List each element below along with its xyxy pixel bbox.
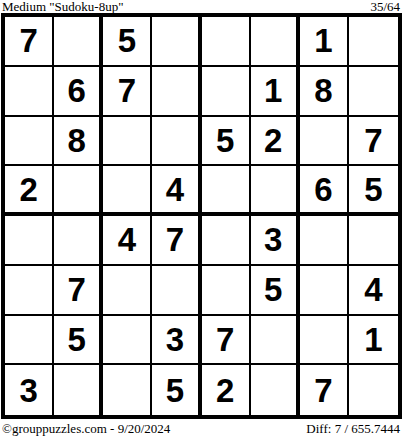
given-digit: 7 (314, 374, 332, 407)
cell-r4c4[interactable]: 4 (152, 166, 201, 216)
given-digit: 5 (118, 24, 136, 57)
cell-r6c5[interactable] (202, 266, 251, 316)
cell-r5c5[interactable] (202, 216, 251, 266)
cell-r3c6[interactable]: 2 (251, 117, 300, 167)
given-digit: 4 (118, 223, 136, 256)
cell-r1c1[interactable]: 7 (5, 17, 54, 67)
cell-r7c1[interactable] (5, 316, 54, 366)
given-digit: 7 (166, 223, 184, 256)
given-digit: 7 (68, 273, 86, 306)
given-digit: 5 (216, 124, 234, 157)
given-digit: 7 (19, 24, 37, 57)
given-digit: 1 (364, 323, 382, 356)
cell-r7c6[interactable] (251, 316, 300, 366)
cell-r7c4[interactable]: 3 (152, 316, 201, 366)
cell-r2c5[interactable] (202, 67, 251, 117)
cell-r6c8[interactable]: 4 (349, 266, 398, 316)
cell-r8c8[interactable] (349, 365, 398, 415)
copyright-text: ©grouppuzzles.com - 9/20/2024 (2, 421, 170, 436)
given-digit: 1 (314, 24, 332, 57)
cell-r5c7[interactable] (300, 216, 349, 266)
cell-r3c4[interactable] (152, 117, 201, 167)
cell-r4c8[interactable]: 5 (349, 166, 398, 216)
cell-r1c3[interactable]: 5 (103, 17, 152, 67)
given-digit: 2 (264, 124, 282, 157)
given-digit: 5 (166, 374, 184, 407)
given-digit: 3 (19, 374, 37, 407)
cell-r6c6[interactable]: 5 (251, 266, 300, 316)
difficulty-text: Diff: 7 / 655.7444 (306, 421, 400, 436)
cell-r1c2[interactable] (54, 17, 103, 67)
cell-r6c1[interactable] (5, 266, 54, 316)
cell-r2c4[interactable] (152, 67, 201, 117)
given-digit: 7 (118, 74, 136, 107)
cell-r2c1[interactable] (5, 67, 54, 117)
cell-r4c7[interactable]: 6 (300, 166, 349, 216)
cell-r8c1[interactable]: 3 (5, 365, 54, 415)
cell-r7c5[interactable]: 7 (202, 316, 251, 366)
cell-r2c3[interactable]: 7 (103, 67, 152, 117)
cell-r5c4[interactable]: 7 (152, 216, 201, 266)
cell-r1c7[interactable]: 1 (300, 17, 349, 67)
cell-r1c4[interactable] (152, 17, 201, 67)
given-digit: 8 (68, 124, 86, 157)
cell-r5c1[interactable] (5, 216, 54, 266)
given-digit: 6 (314, 173, 332, 206)
given-digit: 2 (216, 374, 234, 407)
cell-r5c3[interactable]: 4 (103, 216, 152, 266)
given-digit: 6 (68, 74, 86, 107)
given-digit: 3 (264, 223, 282, 256)
cell-r2c7[interactable]: 8 (300, 67, 349, 117)
cell-r6c2[interactable]: 7 (54, 266, 103, 316)
given-digit: 8 (314, 74, 332, 107)
cell-r6c7[interactable] (300, 266, 349, 316)
given-digit: 7 (216, 323, 234, 356)
cell-r3c8[interactable]: 7 (349, 117, 398, 167)
cell-r8c2[interactable] (54, 365, 103, 415)
header: Medium "Sudoku-8up" 35/64 (2, 0, 400, 13)
cell-r7c3[interactable] (103, 316, 152, 366)
cell-r4c5[interactable] (202, 166, 251, 216)
given-digit: 5 (264, 273, 282, 306)
cell-r8c6[interactable] (251, 365, 300, 415)
cell-r2c8[interactable] (349, 67, 398, 117)
cell-r4c2[interactable] (54, 166, 103, 216)
cell-r6c4[interactable] (152, 266, 201, 316)
given-digit: 1 (264, 74, 282, 107)
cell-r8c4[interactable]: 5 (152, 365, 201, 415)
cell-r1c5[interactable] (202, 17, 251, 67)
cell-r8c7[interactable]: 7 (300, 365, 349, 415)
given-digit: 3 (166, 323, 184, 356)
given-digit: 2 (19, 173, 37, 206)
cell-r7c2[interactable]: 5 (54, 316, 103, 366)
cell-r6c3[interactable] (103, 266, 152, 316)
puzzle-counter: 35/64 (370, 0, 400, 13)
cell-r4c3[interactable] (103, 166, 152, 216)
cell-r5c8[interactable] (349, 216, 398, 266)
cell-r1c8[interactable] (349, 17, 398, 67)
cell-r3c1[interactable] (5, 117, 54, 167)
cell-r3c2[interactable]: 8 (54, 117, 103, 167)
cell-r5c6[interactable]: 3 (251, 216, 300, 266)
cell-r2c2[interactable]: 6 (54, 67, 103, 117)
cell-r4c6[interactable] (251, 166, 300, 216)
cell-r4c1[interactable]: 2 (5, 166, 54, 216)
given-digit: 5 (68, 323, 86, 356)
cell-r3c3[interactable] (103, 117, 152, 167)
cell-r5c2[interactable] (54, 216, 103, 266)
given-digit: 7 (364, 124, 382, 157)
given-digit: 5 (364, 173, 382, 206)
given-digit: 4 (364, 273, 382, 306)
cell-r2c6[interactable]: 1 (251, 67, 300, 117)
cell-r8c5[interactable]: 2 (202, 365, 251, 415)
cell-r3c7[interactable] (300, 117, 349, 167)
cell-r3c5[interactable]: 5 (202, 117, 251, 167)
cell-r7c8[interactable]: 1 (349, 316, 398, 366)
cell-r7c7[interactable] (300, 316, 349, 366)
cell-r8c3[interactable] (103, 365, 152, 415)
given-digit: 4 (166, 173, 184, 206)
puzzle-title: Medium "Sudoku-8up" (2, 0, 123, 13)
sudoku-board: 75167188527246547375453713527 (1, 13, 402, 419)
footer: ©grouppuzzles.com - 9/20/2024 Diff: 7 / … (2, 421, 400, 436)
cell-r1c6[interactable] (251, 17, 300, 67)
